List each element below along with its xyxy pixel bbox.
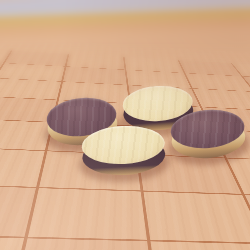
board-cell[interactable] <box>11 238 156 250</box>
board-cell[interactable] <box>0 235 24 250</box>
board-cell[interactable] <box>28 188 147 239</box>
background-wall-and-table-edge <box>0 0 250 41</box>
board-cell[interactable] <box>150 241 250 250</box>
board-cell[interactable] <box>0 147 44 187</box>
board-cell[interactable] <box>0 78 61 99</box>
light-disc-glyph: ○ <box>81 124 166 177</box>
dark-disc[interactable]: ● <box>169 107 247 161</box>
board-cell[interactable] <box>143 192 250 243</box>
dark-disc-glyph: ● <box>169 107 247 161</box>
reversi-board-photo-scene: ● ○ ● ○ <box>0 0 250 250</box>
light-disc[interactable]: ○ <box>81 124 166 177</box>
